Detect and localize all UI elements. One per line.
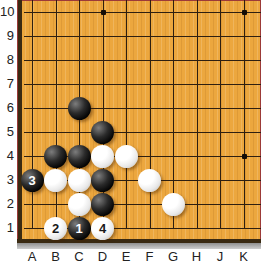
- grid-line-col-J: [220, 0, 221, 229]
- stone-white-G2[interactable]: [162, 193, 185, 216]
- grid-line-row-8: [24, 60, 261, 61]
- stone-black-A3[interactable]: 3: [21, 169, 44, 192]
- row-label-5: 5: [0, 124, 14, 140]
- stone-black-D5[interactable]: [91, 121, 114, 144]
- grid-line-row-2: [24, 204, 261, 205]
- stone-white-E4[interactable]: [115, 145, 138, 168]
- stone-white-C3[interactable]: [68, 169, 91, 192]
- col-label-F: F: [138, 249, 162, 264]
- col-label-K: K: [232, 249, 256, 264]
- row-label-3: 3: [0, 172, 14, 188]
- col-label-E: E: [114, 249, 138, 264]
- grid-line-row-5: [24, 132, 261, 133]
- grid-line-row-10: [24, 12, 261, 13]
- grid-line-row-7: [24, 84, 261, 85]
- row-label-7: 7: [0, 76, 14, 92]
- col-label-H: H: [185, 249, 209, 264]
- row-label-8: 8: [0, 52, 14, 68]
- row-label-1: 1: [0, 220, 14, 236]
- star-point-K10: [242, 10, 247, 15]
- grid-line-row-9: [24, 36, 261, 37]
- star-point-K4: [242, 154, 247, 159]
- row-label-6: 6: [0, 100, 14, 116]
- go-board[interactable]: 3214: [17, 0, 261, 243]
- stone-black-C4[interactable]: [68, 145, 91, 168]
- stone-white-D4[interactable]: [91, 145, 114, 168]
- grid-line-col-E: [126, 0, 127, 229]
- stone-white-F3[interactable]: [138, 169, 161, 192]
- move-number-label: 2: [52, 222, 59, 235]
- col-label-B: B: [44, 249, 68, 264]
- grid-line-col-H: [197, 0, 198, 229]
- stone-white-B3[interactable]: [44, 169, 67, 192]
- stone-white-C2[interactable]: [68, 193, 91, 216]
- move-number-label: 3: [28, 174, 35, 187]
- col-label-J: J: [208, 249, 232, 264]
- stone-black-C6[interactable]: [68, 97, 91, 120]
- grid-line-col-K: [244, 0, 245, 229]
- row-label-10: 10: [0, 4, 14, 20]
- row-label-2: 2: [0, 196, 14, 212]
- col-label-D: D: [91, 249, 115, 264]
- row-label-4: 4: [0, 148, 14, 164]
- grid-line-col-F: [150, 0, 151, 229]
- col-label-A: A: [20, 249, 44, 264]
- move-number-label: 4: [99, 222, 106, 235]
- board-left-edge: [18, 0, 22, 243]
- grid-line-row-6: [24, 108, 261, 109]
- stone-black-B4[interactable]: [44, 145, 67, 168]
- col-label-C: C: [67, 249, 91, 264]
- stone-black-D3[interactable]: [91, 169, 114, 192]
- grid-line-col-A: [32, 0, 33, 229]
- move-number-label: 1: [75, 222, 82, 235]
- go-diagram: 3214 10987654321ABCDEFGHJK: [0, 0, 261, 264]
- row-label-9: 9: [0, 28, 14, 44]
- stone-white-D1[interactable]: 4: [91, 217, 114, 240]
- col-label-G: G: [161, 249, 185, 264]
- stone-white-B1[interactable]: 2: [44, 217, 67, 240]
- stone-black-D2[interactable]: [91, 193, 114, 216]
- star-point-D10: [101, 10, 106, 15]
- stone-black-C1[interactable]: 1: [68, 217, 91, 240]
- grid-line-col-B: [56, 0, 57, 229]
